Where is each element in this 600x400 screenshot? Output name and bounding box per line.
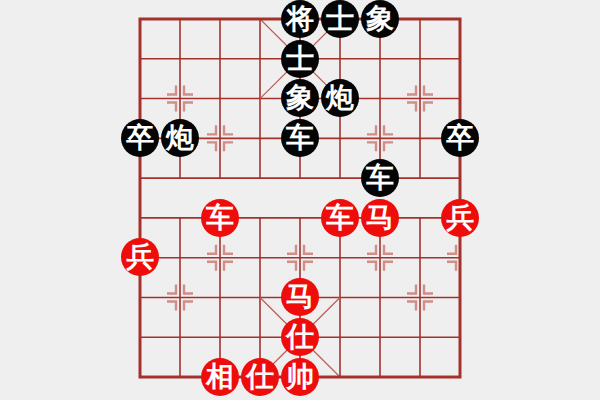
piece-red-elephant[interactable]: 相 bbox=[201, 358, 239, 396]
piece-black-chariot[interactable]: 车 bbox=[361, 159, 399, 197]
piece-black-advisor[interactable]: 士 bbox=[321, 0, 359, 38]
piece-black-chariot[interactable]: 车 bbox=[281, 119, 319, 157]
piece-red-chariot[interactable]: 车 bbox=[201, 199, 239, 237]
piece-red-advisor[interactable]: 仕 bbox=[241, 358, 279, 396]
piece-red-chariot[interactable]: 车 bbox=[321, 199, 359, 237]
app-background: { "game": "xiangqi", "board": { "columns… bbox=[0, 0, 600, 400]
piece-black-cannon[interactable]: 炮 bbox=[161, 119, 199, 157]
piece-red-soldier[interactable]: 兵 bbox=[441, 199, 479, 237]
piece-red-general[interactable]: 帅 bbox=[281, 358, 319, 396]
piece-red-horse[interactable]: 马 bbox=[281, 278, 319, 316]
piece-black-advisor[interactable]: 士 bbox=[281, 40, 319, 78]
piece-black-soldier[interactable]: 卒 bbox=[441, 119, 479, 157]
xiangqi-board-area: 将士象士象炮卒炮车卒车车车马兵兵马仕相仕帅 bbox=[0, 0, 600, 400]
piece-red-soldier[interactable]: 兵 bbox=[121, 238, 159, 276]
piece-black-general[interactable]: 将 bbox=[281, 0, 319, 38]
piece-black-elephant[interactable]: 象 bbox=[361, 0, 399, 38]
piece-red-horse[interactable]: 马 bbox=[361, 199, 399, 237]
piece-black-elephant[interactable]: 象 bbox=[281, 79, 319, 117]
piece-black-soldier[interactable]: 卒 bbox=[121, 119, 159, 157]
piece-black-cannon[interactable]: 炮 bbox=[321, 79, 359, 117]
piece-red-advisor[interactable]: 仕 bbox=[281, 318, 319, 356]
xiangqi-board[interactable]: 将士象士象炮卒炮车卒车车车马兵兵马仕相仕帅 bbox=[120, 0, 480, 397]
